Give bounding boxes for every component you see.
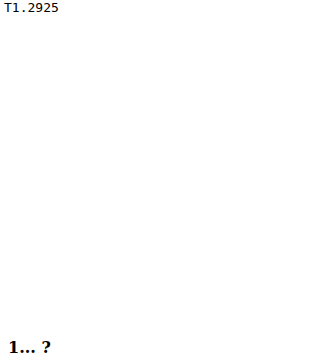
puzzle-id: T1.2925 [0, 0, 320, 17]
move-prompt: 1... ? [0, 337, 320, 360]
chess-puzzle-page: T1.2925 1... ? [0, 0, 320, 360]
chess-board [0, 17, 320, 337]
